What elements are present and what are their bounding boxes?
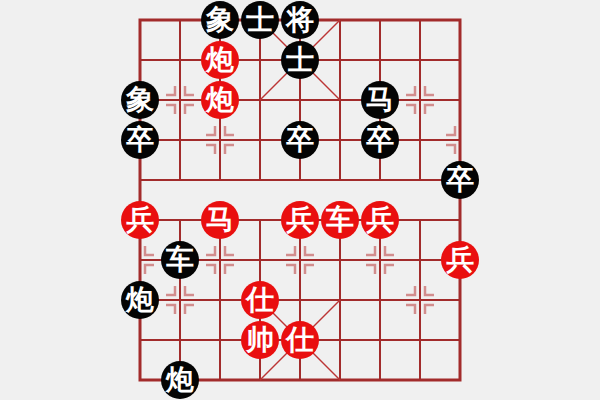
board-intersection[interactable] bbox=[120, 0, 160, 40]
piece-black-general[interactable]: 将 bbox=[281, 1, 319, 39]
piece-black-advisor[interactable]: 士 bbox=[241, 1, 279, 39]
board-intersection[interactable] bbox=[280, 280, 320, 320]
piece-black-soldier[interactable]: 卒 bbox=[281, 121, 319, 159]
board-intersection[interactable]: 卒 bbox=[440, 160, 480, 200]
xiangqi-board: 象士将炮士象炮马卒卒卒卒兵马兵车兵车兵炮仕帅仕炮 bbox=[0, 0, 600, 400]
board-intersection[interactable] bbox=[400, 0, 440, 40]
board-intersection[interactable] bbox=[440, 120, 480, 160]
board-intersection[interactable]: 兵 bbox=[280, 200, 320, 240]
board-intersection[interactable] bbox=[440, 40, 480, 80]
piece-black-soldier[interactable]: 卒 bbox=[441, 161, 479, 199]
board-intersection[interactable] bbox=[360, 320, 400, 360]
board-intersection[interactable] bbox=[440, 320, 480, 360]
board-intersection[interactable] bbox=[160, 80, 200, 120]
board-intersection[interactable]: 炮 bbox=[120, 280, 160, 320]
board-intersection[interactable] bbox=[160, 280, 200, 320]
board-intersection[interactable]: 卒 bbox=[360, 120, 400, 160]
board-intersection[interactable] bbox=[120, 240, 160, 280]
board-intersection[interactable] bbox=[240, 80, 280, 120]
xiangqi-app-screen: 象士将炮士象炮马卒卒卒卒兵马兵车兵车兵炮仕帅仕炮 bbox=[0, 0, 600, 400]
board-intersection[interactable] bbox=[440, 200, 480, 240]
piece-red-cannon[interactable]: 炮 bbox=[201, 81, 239, 119]
board-intersection[interactable] bbox=[240, 160, 280, 200]
board-intersection[interactable] bbox=[400, 80, 440, 120]
board-intersection[interactable] bbox=[400, 280, 440, 320]
board-intersection[interactable] bbox=[120, 160, 160, 200]
board-intersection[interactable] bbox=[160, 40, 200, 80]
board-intersection[interactable] bbox=[440, 280, 480, 320]
board-intersection[interactable]: 炮 bbox=[160, 360, 200, 400]
board-intersection[interactable]: 炮 bbox=[200, 80, 240, 120]
board-intersection[interactable] bbox=[360, 240, 400, 280]
piece-red-advisor[interactable]: 仕 bbox=[281, 321, 319, 359]
board-intersection[interactable] bbox=[160, 320, 200, 360]
board-intersection[interactable]: 兵 bbox=[120, 200, 160, 240]
piece-red-advisor[interactable]: 仕 bbox=[241, 281, 279, 319]
board-intersection[interactable] bbox=[240, 200, 280, 240]
board-intersection[interactable] bbox=[200, 280, 240, 320]
board-intersection[interactable] bbox=[440, 80, 480, 120]
board-intersection[interactable] bbox=[360, 360, 400, 400]
piece-red-general[interactable]: 帅 bbox=[241, 321, 279, 359]
board-intersection[interactable] bbox=[440, 0, 480, 40]
board-intersection[interactable] bbox=[400, 360, 440, 400]
board-intersection[interactable] bbox=[440, 360, 480, 400]
board-intersections: 象士将炮士象炮马卒卒卒卒兵马兵车兵车兵炮仕帅仕炮 bbox=[120, 0, 480, 400]
piece-red-horse[interactable]: 马 bbox=[201, 201, 239, 239]
board-intersection[interactable]: 象 bbox=[120, 80, 160, 120]
board-intersection[interactable]: 炮 bbox=[200, 40, 240, 80]
board-intersection[interactable] bbox=[400, 200, 440, 240]
board-intersection[interactable] bbox=[280, 360, 320, 400]
board-intersection[interactable] bbox=[400, 120, 440, 160]
board-intersection[interactable]: 将 bbox=[280, 0, 320, 40]
piece-black-elephant[interactable]: 象 bbox=[121, 81, 159, 119]
piece-red-soldier[interactable]: 兵 bbox=[281, 201, 319, 239]
board-intersection[interactable] bbox=[320, 360, 360, 400]
board-intersection[interactable] bbox=[240, 120, 280, 160]
board-intersection[interactable] bbox=[320, 240, 360, 280]
board-intersection[interactable] bbox=[320, 320, 360, 360]
board-intersection[interactable] bbox=[200, 320, 240, 360]
board-intersection[interactable]: 帅 bbox=[240, 320, 280, 360]
board-intersection[interactable]: 车 bbox=[160, 240, 200, 280]
board-intersection[interactable] bbox=[240, 40, 280, 80]
board-intersection[interactable] bbox=[280, 240, 320, 280]
piece-red-soldier[interactable]: 兵 bbox=[361, 201, 399, 239]
board-intersection[interactable] bbox=[320, 40, 360, 80]
piece-black-advisor[interactable]: 士 bbox=[281, 41, 319, 79]
board-intersection[interactable]: 兵 bbox=[360, 200, 400, 240]
board-intersection[interactable] bbox=[160, 0, 200, 40]
board-intersection[interactable] bbox=[360, 160, 400, 200]
board-intersection[interactable] bbox=[160, 120, 200, 160]
board-intersection[interactable]: 仕 bbox=[280, 320, 320, 360]
board-intersection[interactable] bbox=[200, 360, 240, 400]
piece-black-cannon[interactable]: 炮 bbox=[121, 281, 159, 319]
board-intersection[interactable] bbox=[360, 280, 400, 320]
piece-red-soldier[interactable]: 兵 bbox=[121, 201, 159, 239]
board-intersection[interactable] bbox=[240, 360, 280, 400]
piece-black-elephant[interactable]: 象 bbox=[201, 1, 239, 39]
piece-red-cannon[interactable]: 炮 bbox=[201, 41, 239, 79]
board-intersection[interactable]: 士 bbox=[280, 40, 320, 80]
board-intersection[interactable]: 卒 bbox=[120, 120, 160, 160]
board-intersection[interactable] bbox=[320, 80, 360, 120]
piece-black-soldier[interactable]: 卒 bbox=[361, 121, 399, 159]
board-intersection[interactable] bbox=[120, 40, 160, 80]
piece-black-cannon[interactable]: 炮 bbox=[161, 361, 199, 399]
board-intersection[interactable] bbox=[280, 160, 320, 200]
board-intersection[interactable]: 象 bbox=[200, 0, 240, 40]
board-intersection[interactable] bbox=[160, 160, 200, 200]
piece-black-horse[interactable]: 马 bbox=[361, 81, 399, 119]
board-intersection[interactable] bbox=[400, 40, 440, 80]
board-intersection[interactable]: 车 bbox=[320, 200, 360, 240]
board-intersection[interactable]: 卒 bbox=[280, 120, 320, 160]
board-intersection[interactable] bbox=[320, 160, 360, 200]
board-intersection[interactable]: 马 bbox=[360, 80, 400, 120]
board-intersection[interactable] bbox=[160, 200, 200, 240]
board-intersection[interactable] bbox=[120, 320, 160, 360]
board-intersection[interactable] bbox=[400, 160, 440, 200]
piece-black-soldier[interactable]: 卒 bbox=[121, 121, 159, 159]
piece-red-chariot[interactable]: 车 bbox=[321, 201, 359, 239]
board-intersection[interactable] bbox=[360, 0, 400, 40]
board-intersection[interactable]: 马 bbox=[200, 200, 240, 240]
board-intersection[interactable] bbox=[200, 120, 240, 160]
piece-red-soldier[interactable]: 兵 bbox=[441, 241, 479, 279]
board-intersection[interactable] bbox=[120, 360, 160, 400]
board-intersection[interactable] bbox=[200, 160, 240, 200]
board-intersection[interactable]: 仕 bbox=[240, 280, 280, 320]
board-intersection[interactable] bbox=[320, 120, 360, 160]
board-intersection[interactable] bbox=[240, 240, 280, 280]
board-intersection[interactable] bbox=[200, 240, 240, 280]
board-intersection[interactable]: 士 bbox=[240, 0, 280, 40]
piece-black-chariot[interactable]: 车 bbox=[161, 241, 199, 279]
board-intersection[interactable]: 兵 bbox=[440, 240, 480, 280]
board-intersection[interactable] bbox=[360, 40, 400, 80]
board-intersection[interactable] bbox=[320, 280, 360, 320]
board-intersection[interactable] bbox=[280, 80, 320, 120]
board-intersection[interactable] bbox=[400, 240, 440, 280]
board-intersection[interactable] bbox=[320, 0, 360, 40]
board-intersection[interactable] bbox=[400, 320, 440, 360]
